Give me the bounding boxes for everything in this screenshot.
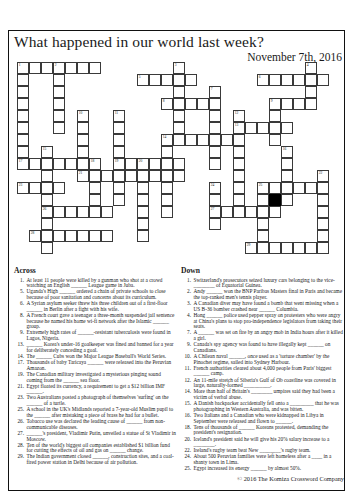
grid-cell[interactable] — [293, 74, 305, 86]
down-clue-list: 1.Switzerland's prosecutors seized luxur… — [181, 278, 344, 472]
clue-number: 27. — [14, 431, 27, 442]
grid-cell[interactable] — [317, 230, 329, 242]
grid-cell[interactable] — [125, 170, 137, 182]
grid-cell[interactable] — [53, 98, 65, 110]
grid-cell[interactable]: 7 — [209, 86, 221, 98]
grid-cell[interactable] — [53, 230, 65, 242]
grid-cell[interactable] — [209, 134, 221, 146]
clue-number: 26. — [14, 419, 27, 430]
grid-cell[interactable] — [317, 206, 329, 218]
grid-cell[interactable] — [17, 110, 29, 122]
grid-cell[interactable]: 5 — [137, 74, 149, 86]
grid-cell[interactable] — [77, 158, 89, 170]
grid-cell[interactable] — [257, 122, 269, 134]
grid-cell[interactable] — [113, 194, 125, 206]
grid-cell[interactable]: 11 — [113, 110, 125, 122]
cell-number: 25 — [259, 183, 263, 188]
grid-cell[interactable] — [161, 158, 173, 170]
grid-cell[interactable]: 19 — [113, 158, 125, 170]
clue-number: 24. — [181, 454, 194, 465]
grid-cell[interactable] — [257, 230, 269, 242]
grid-cell[interactable] — [89, 206, 101, 218]
clue-text: Egypt increased its energy ______ by alm… — [194, 466, 345, 472]
grid-cell[interactable]: 1 — [17, 62, 29, 74]
clue-number: 23. — [14, 395, 27, 406]
clue: 12.An 11-mile stretch of Siberia's Gulf … — [181, 378, 344, 389]
grid-cell[interactable] — [113, 146, 125, 158]
grid-cell[interactable] — [173, 170, 185, 182]
grid-cell[interactable] — [269, 110, 281, 122]
grid-cell[interactable] — [161, 74, 173, 86]
grid-cell[interactable] — [197, 134, 209, 146]
grid-cell[interactable] — [269, 122, 281, 134]
clue-text: A Danish backpacker accidentally fell on… — [194, 401, 345, 412]
clue-text: Two Australians posted a photograph of t… — [27, 395, 178, 406]
clue: 29.The Indian government closed ______, … — [14, 454, 177, 465]
cell-number: 27 — [211, 207, 215, 212]
grid-cell[interactable] — [137, 206, 149, 218]
clue-text: A Canadian diver may have found a bomb t… — [194, 301, 345, 312]
grid-cell[interactable] — [77, 146, 89, 158]
clue-text: A ______ was set on fire by an angry mob… — [194, 330, 345, 341]
clue: 20.Iceland's president said he will give… — [181, 437, 344, 448]
clue-text: About 500 Peruvian families were left ho… — [194, 454, 345, 465]
clue-number: 14. — [181, 389, 194, 400]
grid-cell[interactable] — [233, 170, 245, 182]
clue: 10.A Chilean naval ______, once used as … — [181, 354, 344, 365]
grid-cell[interactable] — [257, 218, 269, 230]
clue: 26.Tobacco use was declared the leading … — [14, 419, 177, 430]
clue: 6.A Syrian asylum seeker threw his three… — [14, 301, 177, 312]
down-clues-section: Down 1.Switzerland's prosecutors seized … — [181, 266, 344, 472]
cell-number: 15 — [43, 147, 47, 152]
grid-cell[interactable] — [161, 146, 173, 158]
grid-cell[interactable] — [281, 98, 293, 110]
grid-cell[interactable] — [65, 158, 77, 170]
grid-cell[interactable]: 23 — [17, 182, 29, 194]
clue-number: 17. — [14, 360, 27, 371]
clue-number: 12. — [181, 378, 194, 389]
grid-cell[interactable] — [305, 98, 317, 110]
grid-cell[interactable] — [29, 158, 41, 170]
grid-cell[interactable] — [305, 182, 317, 194]
cell-number: 22 — [319, 171, 323, 176]
clue-text: Ten of the world's biggest oil companies… — [27, 443, 178, 454]
grid-cell[interactable] — [113, 170, 125, 182]
grid-cell[interactable] — [113, 122, 125, 134]
grid-cell[interactable] — [209, 218, 221, 230]
clue-text: A Chilean naval ______, once used as a '… — [194, 354, 345, 365]
across-header: Across — [14, 266, 177, 275]
grid-cell[interactable] — [173, 110, 185, 122]
clue-number: 21. — [14, 384, 27, 395]
clue: 13.______ Korea's under-16 goalkeeper wa… — [14, 342, 177, 353]
grid-cell[interactable] — [17, 146, 29, 158]
grid-cell[interactable] — [293, 242, 305, 254]
cell-number: 14 — [163, 135, 167, 140]
clue-number: 19. — [14, 372, 27, 383]
clue: 4.Hong ______ police used pepper spray o… — [181, 313, 344, 330]
grid-cell[interactable]: 20 — [137, 158, 149, 170]
grid-cell[interactable] — [293, 98, 305, 110]
clue-number: 13. — [14, 342, 27, 353]
clue-text: Iceland's president said he will give hi… — [194, 437, 345, 448]
grid-cell[interactable]: 25 — [257, 182, 269, 194]
grid-cell[interactable] — [53, 86, 65, 98]
grid-cell[interactable] — [89, 182, 101, 194]
clue-text: A school in the UK's Midlands reported a… — [27, 407, 178, 418]
clue: 24.About 500 Peruvian families were left… — [181, 454, 344, 465]
cell-number: 21 — [79, 171, 83, 176]
grid-cell[interactable]: 28 — [29, 230, 41, 242]
clue: 15.A Danish backpacker accidentally fell… — [181, 401, 344, 412]
grid-cell[interactable] — [53, 182, 65, 194]
grid-cell[interactable] — [65, 62, 77, 74]
clue-text: Uganda's High ______ ordered a chain of … — [27, 289, 178, 300]
grid-cell[interactable] — [149, 170, 161, 182]
clue: 1.At least 11 people were killed by a gu… — [14, 278, 177, 289]
grid-cell[interactable] — [65, 230, 77, 242]
grid-cell[interactable] — [269, 206, 281, 218]
grid-cell[interactable] — [77, 62, 89, 74]
clue-text: Tens of thousands of ______ Koreans prot… — [194, 425, 345, 436]
clue-number: 7. — [181, 330, 194, 341]
grid-cell[interactable]: 6 — [257, 74, 269, 86]
grid-cell[interactable] — [137, 170, 149, 182]
grid-cell[interactable] — [317, 242, 329, 254]
grid-cell[interactable] — [65, 206, 77, 218]
grid-cell[interactable] — [281, 182, 293, 194]
clue: 17.Thousands of baby Taricaya ______ wer… — [14, 360, 177, 371]
grid-cell[interactable]: 27 — [209, 206, 221, 218]
grid-cell[interactable] — [257, 206, 269, 218]
grid-cell[interactable] — [53, 74, 65, 86]
cell-number: 12 — [235, 111, 239, 116]
clue-text: Canada's spy agency was found to have il… — [194, 342, 345, 353]
clue: 25.A school in the UK's Midlands reporte… — [14, 407, 177, 418]
clue-number: 3. — [181, 301, 194, 312]
grid-cell[interactable]: 17 — [17, 158, 29, 170]
clue-number: 4. — [181, 313, 194, 330]
clue: 21.Egypt floated its currency, a require… — [14, 384, 177, 395]
clue-text: Egypt floated its currency, a requiremen… — [27, 384, 178, 395]
cell-number: 20 — [139, 159, 143, 164]
grid-cell[interactable] — [209, 158, 221, 170]
grid-cell[interactable]: 3 — [173, 62, 185, 74]
grid-cell[interactable] — [233, 158, 245, 170]
grid-cell[interactable] — [41, 230, 53, 242]
clue-text: More than half of Britain's ________ ump… — [194, 389, 345, 400]
grid-cell[interactable] — [173, 134, 185, 146]
clue-text: Hong ______ police used pepper spray on … — [194, 313, 345, 330]
grid-cell[interactable] — [245, 122, 257, 134]
grid-cell[interactable] — [101, 170, 113, 182]
clue-number: 9. — [181, 342, 194, 353]
cell-number: 10 — [79, 111, 83, 116]
grid-cell[interactable]: 29 — [245, 242, 257, 254]
down-header: Down — [181, 266, 344, 275]
grid-cell[interactable] — [77, 230, 89, 242]
clue-text: Thousands of baby Taricaya ______ were r… — [27, 360, 178, 371]
cell-number: 3 — [175, 63, 177, 68]
grid-cell[interactable]: 21 — [77, 170, 89, 182]
grid-cell[interactable] — [317, 74, 329, 86]
cell-number: 2 — [55, 63, 57, 68]
grid-cell[interactable]: 14 — [161, 134, 173, 146]
clue-number: 8. — [14, 313, 27, 330]
grid-cell[interactable] — [281, 242, 293, 254]
cell-number: 29 — [247, 243, 251, 248]
clue-text: A Syrian asylum seeker threw his three c… — [27, 301, 178, 312]
grid-cell[interactable] — [161, 206, 173, 218]
grid-cell[interactable] — [233, 146, 245, 158]
clue: 2.Andy ______ won the BNP Paribas Master… — [181, 289, 344, 300]
clue: 25.Egypt increased its energy ______ by … — [181, 466, 344, 472]
grid-cell[interactable] — [41, 62, 53, 74]
crossword-grid[interactable]: 1234567891011121314151617181920212223242… — [17, 62, 329, 254]
cell-number: 9 — [271, 99, 273, 104]
clue-text: At least 11 people were killed by a gunm… — [27, 278, 178, 289]
grid-cell[interactable] — [77, 206, 89, 218]
grid-cell[interactable] — [305, 74, 317, 86]
cell-number: 26 — [43, 207, 47, 212]
grid-cell[interactable] — [77, 122, 89, 134]
grid-cell[interactable] — [257, 242, 269, 254]
grid-cell[interactable] — [41, 242, 53, 254]
grid-cell[interactable] — [89, 62, 101, 74]
grid-cell[interactable] — [317, 194, 329, 206]
cell-number: 23 — [19, 183, 23, 188]
cell-number: 6 — [259, 75, 261, 80]
clue-number: 25. — [14, 407, 27, 418]
clue-number: 10. — [181, 354, 194, 365]
clue: 27.______'s president, Vladimir Putin, u… — [14, 431, 177, 442]
grid-cell[interactable] — [233, 134, 245, 146]
grid-cell[interactable]: 12 — [233, 110, 245, 122]
page-title: What happened in our world last week? — [14, 33, 334, 51]
clue-number: 9. — [14, 330, 27, 341]
grid-cell[interactable] — [137, 182, 149, 194]
clue-number: 11. — [181, 366, 194, 377]
grid-cell[interactable] — [269, 242, 281, 254]
grid-cell[interactable] — [185, 98, 197, 110]
clue-number: 18. — [181, 425, 194, 436]
grid-cell[interactable] — [281, 122, 293, 134]
grid-cell[interactable] — [281, 158, 293, 170]
clue: 28.Ten of the world's biggest oil compan… — [14, 443, 177, 454]
grid-cell[interactable] — [101, 206, 113, 218]
grid-cell[interactable] — [53, 206, 65, 218]
grid-cell[interactable] — [41, 170, 53, 182]
cell-number: 8 — [163, 99, 165, 104]
grid-cell[interactable]: 26 — [41, 206, 53, 218]
clue: 8.A French court gave a teenager a three… — [14, 313, 177, 330]
grid-cell[interactable] — [209, 110, 221, 122]
grid-cell[interactable] — [89, 230, 101, 242]
grid-cell[interactable] — [17, 86, 29, 98]
clue-text: An 11-mile stretch of Siberia's Gulf of … — [194, 378, 345, 389]
clue-number: 29. — [14, 454, 27, 465]
clue-text: ______'s president, Vladimir Putin, unve… — [27, 431, 178, 442]
clue: 23.Two Australians posted a photograph o… — [14, 395, 177, 406]
grid-cell[interactable] — [209, 146, 221, 158]
grid-cell[interactable] — [257, 194, 269, 206]
grid-cell[interactable] — [233, 206, 245, 218]
clue-text: A French court gave a teenager a three-m… — [27, 313, 178, 330]
grid-cell[interactable] — [221, 206, 233, 218]
clue: 1.Switzerland's prosecutors seized luxur… — [181, 278, 344, 289]
clue-text: Switzerland's prosecutors seized luxury … — [194, 278, 345, 289]
clue: 9.Canada's spy agency was found to have … — [181, 342, 344, 353]
grid-cell[interactable] — [41, 158, 53, 170]
cell-number: 18 — [91, 159, 95, 164]
grid-cell[interactable] — [41, 194, 53, 206]
grid-cell[interactable] — [209, 194, 221, 206]
grid-cell[interactable] — [317, 218, 329, 230]
clue: 7.A ______ was set on fire by an angry m… — [181, 330, 344, 341]
cell-number: 17 — [19, 159, 23, 164]
clue: 5.Uganda's High ______ ordered a chain o… — [14, 289, 177, 300]
grid-cell[interactable] — [293, 182, 305, 194]
grid-cell[interactable]: 10 — [77, 110, 89, 122]
clue: 14.More than half of Britain's ________ … — [181, 389, 344, 400]
clue-text: Andy ______ won the BNP Paribas Masters … — [194, 289, 345, 300]
grid-cell[interactable] — [173, 158, 185, 170]
grid-cell[interactable] — [53, 110, 65, 122]
grid-cell[interactable] — [149, 158, 161, 170]
cell-number: 19 — [115, 159, 119, 164]
grid-cell[interactable] — [173, 98, 185, 110]
clue-number: 28. — [14, 443, 27, 454]
grid-cell[interactable] — [17, 122, 29, 134]
grid-cell[interactable]: 18 — [89, 158, 101, 170]
clue-text: Extremely high rates of ______-resistant… — [27, 330, 178, 341]
grid-cell[interactable] — [41, 182, 53, 194]
clue-number: 1. — [181, 278, 194, 289]
clue-number: 1. — [14, 278, 27, 289]
grid-cell[interactable] — [245, 206, 257, 218]
grid-cell[interactable] — [209, 98, 221, 110]
grid-cell[interactable] — [269, 74, 281, 86]
grid-cell[interactable] — [113, 134, 125, 146]
cell-number: 16 — [283, 147, 287, 152]
clue-number: 2. — [181, 289, 194, 300]
across-clues-section: Across 1.At least 11 people were killed … — [14, 266, 177, 466]
grid-cell[interactable] — [29, 62, 41, 74]
grid-cell[interactable] — [173, 74, 185, 86]
grid-cell[interactable] — [17, 74, 29, 86]
clue-text: The Canadian military investigated a mys… — [27, 372, 178, 383]
grid-cell[interactable] — [221, 134, 233, 146]
cell-number: 24 — [211, 183, 215, 188]
grid-cell[interactable]: 8 — [161, 98, 173, 110]
grid-cell[interactable] — [281, 194, 293, 206]
blocked-cell — [269, 194, 281, 206]
cell-number: 13 — [235, 123, 239, 128]
clue: 19.The Canadian military investigated a … — [14, 372, 177, 383]
cell-number: 1 — [19, 63, 21, 68]
clue-text: Two Italians and a Canadian who were kid… — [194, 413, 345, 424]
grid-cell[interactable] — [101, 230, 113, 242]
grid-cell[interactable] — [185, 74, 197, 86]
clue: 16.Two Italians and a Canadian who were … — [181, 413, 344, 424]
grid-cell[interactable] — [185, 134, 197, 146]
clue-text: The Indian government closed ______, con… — [27, 454, 178, 465]
across-clue-list: 1.At least 11 people were killed by a gu… — [14, 278, 177, 466]
grid-cell[interactable] — [173, 122, 185, 134]
grid-cell[interactable] — [269, 134, 281, 146]
clue-text: ______ Korea's under-16 goalkeeper was f… — [27, 342, 178, 353]
grid-cell[interactable] — [305, 86, 317, 98]
grid-cell[interactable]: 9 — [269, 98, 281, 110]
clue: 18.Tens of thousands of ______ Koreans p… — [181, 425, 344, 436]
clue-number: 16. — [181, 413, 194, 424]
grid-cell[interactable] — [125, 158, 137, 170]
grid-cell[interactable]: 16 — [281, 146, 293, 158]
grid-cell[interactable] — [305, 242, 317, 254]
grid-cell[interactable] — [161, 182, 173, 194]
clue-number: 15. — [181, 401, 194, 412]
cell-number: 7 — [211, 87, 213, 92]
grid-cell[interactable] — [29, 182, 41, 194]
grid-cell[interactable] — [53, 158, 65, 170]
grid-cell[interactable] — [161, 170, 173, 182]
grid-cell[interactable] — [77, 134, 89, 146]
grid-cell[interactable] — [137, 230, 149, 242]
clue-number: 5. — [14, 289, 27, 300]
grid-cell[interactable] — [17, 98, 29, 110]
grid-cell[interactable] — [233, 182, 245, 194]
grid-cell[interactable]: 24 — [209, 182, 221, 194]
grid-cell[interactable] — [317, 182, 329, 194]
grid-cell[interactable] — [149, 74, 161, 86]
grid-cell[interactable]: 22 — [317, 170, 329, 182]
grid-cell[interactable] — [41, 218, 53, 230]
grid-cell[interactable] — [53, 122, 65, 134]
grid-cell[interactable] — [233, 194, 245, 206]
grid-cell[interactable]: 15 — [41, 146, 53, 158]
grid-cell[interactable] — [137, 194, 149, 206]
grid-cell[interactable] — [269, 182, 281, 194]
grid-cell[interactable]: 4 — [305, 62, 317, 74]
grid-cell[interactable] — [281, 74, 293, 86]
copyright-notice: © 2016 The Komiza Crossword Company — [237, 475, 344, 482]
cell-number: 5 — [139, 75, 141, 80]
clue-text: French authorities cleared about 4,000 p… — [194, 366, 345, 377]
grid-cell[interactable] — [89, 170, 101, 182]
cell-number: 28 — [31, 231, 35, 236]
grid-cell[interactable] — [197, 98, 209, 110]
clue-number: 25. — [181, 466, 194, 472]
clue-text: Tobacco use was declared the leading cau… — [27, 419, 178, 430]
grid-cell[interactable] — [209, 122, 221, 134]
clue: 11.French authorities cleared about 4,00… — [181, 366, 344, 377]
grid-cell[interactable] — [137, 218, 149, 230]
grid-cell[interactable]: 2 — [53, 62, 65, 74]
grid-cell[interactable] — [17, 134, 29, 146]
grid-cell[interactable] — [89, 194, 101, 206]
clue-number: 6. — [14, 301, 27, 312]
clue: 3.A Canadian diver may have found a bomb… — [181, 301, 344, 312]
grid-cell[interactable] — [113, 182, 125, 194]
clue: 9.Extremely high rates of ______-resista… — [14, 330, 177, 341]
grid-cell[interactable]: 13 — [233, 122, 245, 134]
grid-cell[interactable] — [161, 194, 173, 206]
clue-number: 20. — [181, 437, 194, 448]
grid-cell[interactable] — [281, 170, 293, 182]
cell-number: 11 — [115, 111, 118, 116]
grid-cell[interactable] — [173, 86, 185, 98]
